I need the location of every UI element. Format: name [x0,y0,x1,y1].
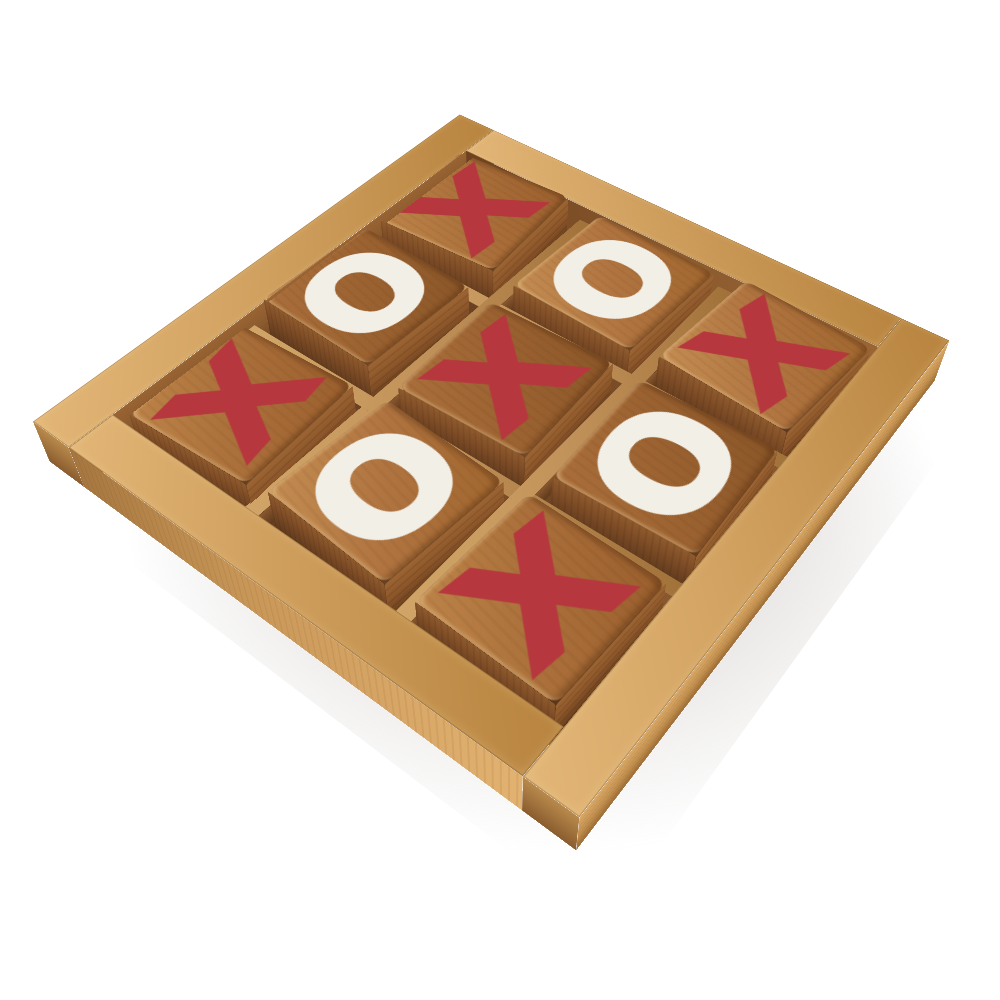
tictactoe-board: XOXOXOXOX [50,154,935,850]
photo-scene: XOXOXOXOX [0,0,1000,1000]
